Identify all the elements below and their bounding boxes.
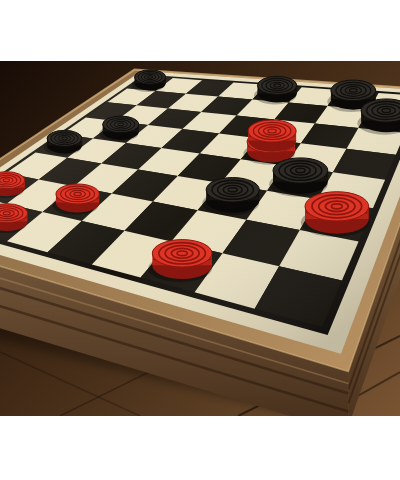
- photo-area: [0, 61, 400, 434]
- checker-top: [103, 116, 139, 133]
- checker-top: [47, 130, 82, 146]
- black-checker-r1c5[interactable]: [254, 76, 297, 104]
- checker-top: [331, 80, 376, 101]
- checker-top: [305, 192, 369, 221]
- screenshot-canvas: [0, 0, 400, 480]
- red-checker-r8c6[interactable]: [148, 240, 212, 282]
- red-checker-r6c8[interactable]: [301, 192, 369, 237]
- black-checker-r6c6[interactable]: [202, 178, 259, 216]
- black-checker-r4c2[interactable]: [99, 116, 138, 142]
- checker-top: [248, 120, 296, 142]
- checker-top: [135, 70, 166, 84]
- checkers-product-photo: [0, 0, 400, 480]
- black-checker-r1c1[interactable]: [131, 70, 165, 92]
- black-checker-r5c7[interactable]: [269, 158, 328, 197]
- red-king-checker-r4c6[interactable]: [243, 120, 296, 165]
- red-checker-r7c3[interactable]: [52, 184, 99, 215]
- checker-top: [152, 240, 212, 267]
- checker-top: [206, 178, 259, 202]
- checker-top: [257, 76, 296, 94]
- checker-top: [56, 184, 99, 204]
- checker-top: [273, 158, 328, 183]
- red-checker-r8c2[interactable]: [0, 204, 27, 233]
- black-checker-r5c1[interactable]: [44, 130, 82, 155]
